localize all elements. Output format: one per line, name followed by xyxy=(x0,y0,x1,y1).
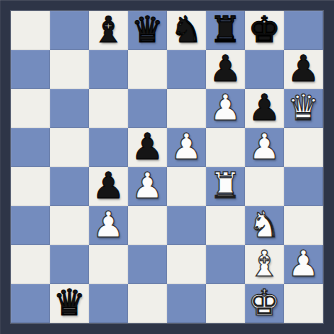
square-d7[interactable] xyxy=(128,50,167,89)
square-b6[interactable] xyxy=(50,89,89,128)
piece-white-pawn: ♟ xyxy=(170,128,202,166)
square-a7[interactable] xyxy=(11,50,50,89)
square-b5[interactable] xyxy=(50,128,89,167)
square-f4[interactable]: ♜ xyxy=(206,167,245,206)
square-e2[interactable] xyxy=(167,245,206,284)
square-c1[interactable] xyxy=(89,284,128,323)
square-g6[interactable]: ♟ xyxy=(245,89,284,128)
square-g2[interactable]: ♝ xyxy=(245,245,284,284)
piece-white-pawn: ♟ xyxy=(209,89,241,127)
square-c8[interactable]: ♝ xyxy=(89,11,128,50)
square-d5[interactable]: ♟ xyxy=(128,128,167,167)
square-a3[interactable] xyxy=(11,206,50,245)
square-h6[interactable]: ♛ xyxy=(284,89,323,128)
square-a2[interactable] xyxy=(11,245,50,284)
square-b8[interactable] xyxy=(50,11,89,50)
piece-white-king: ♚ xyxy=(248,284,280,322)
square-h1[interactable] xyxy=(284,284,323,323)
square-c6[interactable] xyxy=(89,89,128,128)
square-e6[interactable] xyxy=(167,89,206,128)
square-d6[interactable] xyxy=(128,89,167,128)
square-d4[interactable]: ♟ xyxy=(128,167,167,206)
piece-black-pawn: ♟ xyxy=(287,50,319,88)
square-b4[interactable] xyxy=(50,167,89,206)
square-c3[interactable]: ♟ xyxy=(89,206,128,245)
square-f6[interactable]: ♟ xyxy=(206,89,245,128)
square-c2[interactable] xyxy=(89,245,128,284)
chess-board: ♝♛♞♜♚♟♟♟♟♛♟♟♟♟♟♜♟♞♝♟♛♚ xyxy=(11,11,323,323)
square-d3[interactable] xyxy=(128,206,167,245)
piece-black-pawn: ♟ xyxy=(248,89,280,127)
piece-white-pawn: ♟ xyxy=(248,128,280,166)
square-d2[interactable] xyxy=(128,245,167,284)
square-g4[interactable] xyxy=(245,167,284,206)
square-e3[interactable] xyxy=(167,206,206,245)
piece-black-queen: ♛ xyxy=(131,11,163,49)
piece-white-queen: ♛ xyxy=(287,89,319,127)
square-f5[interactable] xyxy=(206,128,245,167)
square-c5[interactable] xyxy=(89,128,128,167)
square-f2[interactable] xyxy=(206,245,245,284)
piece-black-pawn: ♟ xyxy=(209,50,241,88)
piece-black-rook: ♜ xyxy=(209,11,241,49)
square-f1[interactable] xyxy=(206,284,245,323)
square-h4[interactable] xyxy=(284,167,323,206)
square-h7[interactable]: ♟ xyxy=(284,50,323,89)
square-c4[interactable]: ♟ xyxy=(89,167,128,206)
piece-white-pawn: ♟ xyxy=(287,245,319,283)
square-a6[interactable] xyxy=(11,89,50,128)
square-b1[interactable]: ♛ xyxy=(50,284,89,323)
piece-white-pawn: ♟ xyxy=(92,206,124,244)
square-g8[interactable]: ♚ xyxy=(245,11,284,50)
square-b2[interactable] xyxy=(50,245,89,284)
square-a4[interactable] xyxy=(11,167,50,206)
square-g5[interactable]: ♟ xyxy=(245,128,284,167)
board-frame: ♝♛♞♜♚♟♟♟♟♛♟♟♟♟♟♜♟♞♝♟♛♚ xyxy=(0,0,334,334)
square-h2[interactable]: ♟ xyxy=(284,245,323,284)
piece-black-pawn: ♟ xyxy=(131,128,163,166)
piece-black-queen: ♛ xyxy=(53,284,85,322)
piece-white-rook: ♜ xyxy=(209,167,241,205)
square-g1[interactable]: ♚ xyxy=(245,284,284,323)
square-e7[interactable] xyxy=(167,50,206,89)
square-a5[interactable] xyxy=(11,128,50,167)
piece-black-knight: ♞ xyxy=(170,11,202,49)
square-h8[interactable] xyxy=(284,11,323,50)
square-g7[interactable] xyxy=(245,50,284,89)
piece-black-bishop: ♝ xyxy=(92,11,124,49)
square-h5[interactable] xyxy=(284,128,323,167)
square-e8[interactable]: ♞ xyxy=(167,11,206,50)
square-g3[interactable]: ♞ xyxy=(245,206,284,245)
piece-white-bishop: ♝ xyxy=(248,245,280,283)
square-a1[interactable] xyxy=(11,284,50,323)
square-a8[interactable] xyxy=(11,11,50,50)
square-c7[interactable] xyxy=(89,50,128,89)
square-b3[interactable] xyxy=(50,206,89,245)
piece-black-king: ♚ xyxy=(248,11,280,49)
square-f3[interactable] xyxy=(206,206,245,245)
square-f8[interactable]: ♜ xyxy=(206,11,245,50)
square-b7[interactable] xyxy=(50,50,89,89)
square-e4[interactable] xyxy=(167,167,206,206)
piece-white-knight: ♞ xyxy=(248,206,280,244)
square-e5[interactable]: ♟ xyxy=(167,128,206,167)
square-d8[interactable]: ♛ xyxy=(128,11,167,50)
piece-black-pawn: ♟ xyxy=(92,167,124,205)
square-d1[interactable] xyxy=(128,284,167,323)
square-e1[interactable] xyxy=(167,284,206,323)
piece-white-pawn: ♟ xyxy=(131,167,163,205)
square-f7[interactable]: ♟ xyxy=(206,50,245,89)
square-h3[interactable] xyxy=(284,206,323,245)
